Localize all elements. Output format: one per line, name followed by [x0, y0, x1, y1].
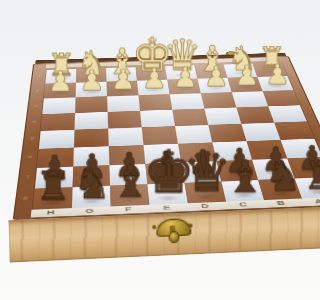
rank-label-7: 7 [21, 166, 35, 187]
square-d2[interactable]: ♟ [167, 79, 201, 94]
square-g3[interactable] [75, 96, 108, 113]
square-d4[interactable] [172, 109, 208, 127]
file-label-h: H [31, 208, 71, 218]
piece-black-rook-h8[interactable]: ♜ [35, 166, 71, 206]
square-a2[interactable]: ♟ [257, 76, 293, 91]
piece-black-bishop-f8[interactable]: ♝ [110, 158, 150, 203]
rank-label-2: 2 [32, 83, 43, 98]
square-c2[interactable]: ♟ [197, 78, 231, 93]
file-label-f: F [109, 205, 148, 215]
piece-white-pawn-h2[interactable]: ♟ [47, 67, 72, 95]
square-g2[interactable]: ♟ [76, 82, 108, 98]
piece-black-knight-g8[interactable]: ♞ [72, 162, 110, 205]
clasp-screw-right [188, 223, 192, 227]
square-h2[interactable]: ♟ [44, 83, 76, 99]
piece-white-pawn-b2[interactable]: ♟ [234, 61, 259, 89]
square-f3[interactable] [107, 95, 140, 112]
square-e4[interactable] [140, 110, 175, 128]
square-h8[interactable]: ♜ [33, 187, 73, 211]
rank-label-4: 4 [28, 113, 40, 130]
piece-black-knight-b8[interactable]: ♞ [263, 155, 300, 197]
square-a3[interactable] [263, 90, 300, 106]
rank-label-8: 8 [18, 187, 32, 210]
file-label-d: D [185, 202, 225, 211]
clasp-screw-left [152, 225, 156, 229]
square-g5[interactable] [74, 129, 109, 148]
piece-white-pawn-d2[interactable]: ♟ [172, 63, 197, 91]
square-f4[interactable] [108, 111, 142, 129]
rank-label-5: 5 [26, 130, 39, 148]
file-label-g: G [70, 206, 109, 216]
square-g4[interactable] [75, 112, 109, 130]
square-e2[interactable]: ♟ [137, 80, 170, 96]
brass-clasp-icon [152, 218, 193, 236]
square-a4[interactable] [268, 105, 300, 122]
chess-set-photo: ♜♞♝♚♛♝♞♜♟♟♟♟♟♟♟♟♟♟♟♟♟♟♟♟♜♞♝♚♛♝♞♜ HGFEDCB… [0, 0, 300, 300]
square-c3[interactable] [201, 92, 237, 108]
clasp-knob [168, 231, 179, 244]
file-label-c: C [223, 200, 263, 209]
piece-white-pawn-a2[interactable]: ♟ [265, 60, 290, 88]
square-h3[interactable] [42, 97, 75, 114]
piece-white-pawn-e2[interactable]: ♟ [141, 64, 166, 92]
board-squares-grid: ♜♞♝♚♛♝♞♜♟♟♟♟♟♟♟♟♟♟♟♟♟♟♟♟♜♞♝♚♛♝♞♜ [31, 62, 300, 212]
square-f5[interactable] [108, 127, 143, 146]
square-h4[interactable] [41, 113, 75, 131]
rank-label-3: 3 [30, 98, 42, 114]
chess-board: ♜♞♝♚♛♝♞♜♟♟♟♟♟♟♟♟♟♟♟♟♟♟♟♟♜♞♝♚♛♝♞♜ HGFEDCB… [13, 56, 300, 220]
file-label-b: B [261, 199, 300, 208]
piece-white-pawn-c2[interactable]: ♟ [203, 62, 228, 90]
rank-label-1: 1 [34, 70, 45, 84]
square-c4[interactable] [204, 107, 241, 124]
square-f2[interactable]: ♟ [107, 81, 139, 97]
square-h5[interactable] [39, 130, 75, 149]
square-e3[interactable] [138, 94, 172, 111]
square-b2[interactable]: ♟ [228, 77, 263, 92]
board-frame: ♜♞♝♚♛♝♞♜♟♟♟♟♟♟♟♟♟♟♟♟♟♟♟♟♜♞♝♚♛♝♞♜ HGFEDCB… [13, 56, 300, 220]
square-d3[interactable] [170, 93, 205, 109]
piece-white-pawn-g2[interactable]: ♟ [79, 66, 104, 94]
piece-white-pawn-f2[interactable]: ♟ [110, 65, 135, 93]
